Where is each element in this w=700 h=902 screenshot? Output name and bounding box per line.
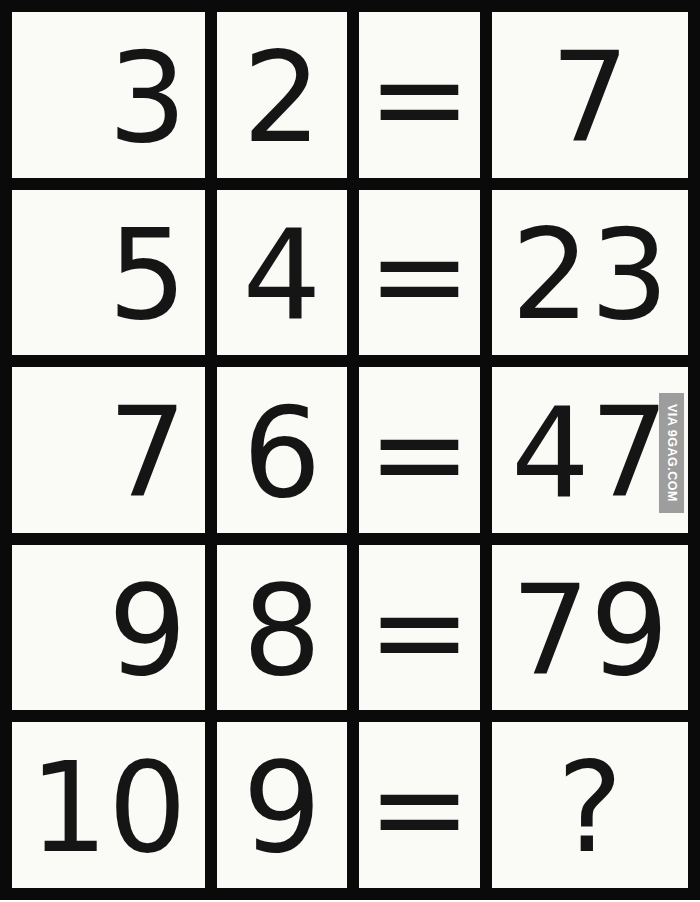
cell-r1-result: 7 [492,12,688,178]
cell-r2-equals: = [359,190,480,356]
cell-r3-equals: = [359,367,480,533]
cell-r5-equals: = [359,722,480,888]
cell-r3c2: 6 [217,367,347,533]
watermark-badge: VIA 9GAG.COM [659,393,684,513]
cell-r5c2: 9 [217,722,347,888]
cell-r2c2: 4 [217,190,347,356]
puzzle-image: 3 2 = 7 5 4 = 23 7 6 = 47 9 8 = 79 10 9 … [0,0,700,902]
cell-r1-equals: = [359,12,480,178]
cell-r1c1: 3 [12,12,205,178]
cell-r3c1: 7 [12,367,205,533]
cell-r4c1: 9 [12,545,205,711]
cell-r2c1: 5 [12,190,205,356]
cell-r4-equals: = [359,545,480,711]
cell-r1c2: 2 [217,12,347,178]
cell-r4c2: 8 [217,545,347,711]
cell-r5c1: 10 [12,722,205,888]
answer-cell: ? [492,722,688,888]
cell-r2-result: 23 [492,190,688,356]
puzzle-grid: 3 2 = 7 5 4 = 23 7 6 = 47 9 8 = 79 10 9 … [0,0,700,900]
cell-r4-result: 79 [492,545,688,711]
